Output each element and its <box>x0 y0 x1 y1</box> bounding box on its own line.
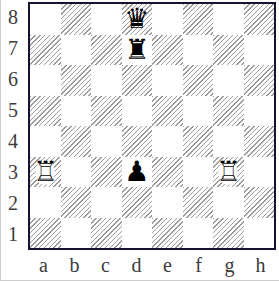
square-f4[interactable] <box>183 126 214 157</box>
square-c4[interactable] <box>91 126 122 157</box>
square-b8[interactable] <box>61 4 92 35</box>
square-h7[interactable] <box>244 35 275 66</box>
rank-label-3: 3 <box>0 157 26 188</box>
rank-label-6: 6 <box>0 64 26 95</box>
square-e2[interactable] <box>152 187 183 218</box>
square-c8[interactable] <box>91 4 122 35</box>
square-e4[interactable] <box>152 126 183 157</box>
square-a4[interactable] <box>30 126 61 157</box>
square-g2[interactable] <box>213 187 244 218</box>
square-c1[interactable] <box>91 218 122 249</box>
square-c5[interactable] <box>91 96 122 127</box>
rank-label-5: 5 <box>0 95 26 126</box>
square-c2[interactable] <box>91 187 122 218</box>
file-label-a: a <box>28 250 59 281</box>
chess-diagram: 87654321 ♛♜♖♟♖ abcdefgh <box>0 0 279 281</box>
square-d8[interactable]: ♛ <box>122 4 153 35</box>
square-a5[interactable] <box>30 96 61 127</box>
square-g1[interactable] <box>213 218 244 249</box>
square-g3[interactable]: ♖ <box>213 157 244 188</box>
square-h2[interactable] <box>244 187 275 218</box>
rank-label-8: 8 <box>0 2 26 33</box>
file-label-e: e <box>152 250 183 281</box>
square-e1[interactable] <box>152 218 183 249</box>
square-a3[interactable]: ♖ <box>30 157 61 188</box>
square-f2[interactable] <box>183 187 214 218</box>
square-h1[interactable] <box>244 218 275 249</box>
piece-black-pawn-d3: ♟ <box>124 157 149 187</box>
square-g6[interactable] <box>213 65 244 96</box>
square-h6[interactable] <box>244 65 275 96</box>
square-d5[interactable] <box>122 96 153 127</box>
file-label-c: c <box>90 250 121 281</box>
square-b7[interactable] <box>61 35 92 66</box>
square-f3[interactable] <box>183 157 214 188</box>
rank-label-4: 4 <box>0 126 26 157</box>
square-h8[interactable] <box>244 4 275 35</box>
chess-board: ♛♜♖♟♖ <box>28 2 276 250</box>
file-label-d: d <box>121 250 152 281</box>
square-g5[interactable] <box>213 96 244 127</box>
square-d3[interactable]: ♟ <box>122 157 153 188</box>
file-labels: abcdefgh <box>28 250 276 281</box>
square-f7[interactable] <box>183 35 214 66</box>
square-g7[interactable] <box>213 35 244 66</box>
square-c3[interactable] <box>91 157 122 188</box>
square-c7[interactable] <box>91 35 122 66</box>
square-d1[interactable] <box>122 218 153 249</box>
square-a2[interactable] <box>30 187 61 218</box>
piece-black-rook-d7: ♜ <box>124 35 149 65</box>
square-b3[interactable] <box>61 157 92 188</box>
square-a1[interactable] <box>30 218 61 249</box>
square-b6[interactable] <box>61 65 92 96</box>
square-c6[interactable] <box>91 65 122 96</box>
square-h4[interactable] <box>244 126 275 157</box>
square-a8[interactable] <box>30 4 61 35</box>
square-a6[interactable] <box>30 65 61 96</box>
square-e8[interactable] <box>152 4 183 35</box>
square-g4[interactable] <box>213 126 244 157</box>
square-f1[interactable] <box>183 218 214 249</box>
file-label-h: h <box>245 250 276 281</box>
square-d7[interactable]: ♜ <box>122 35 153 66</box>
square-a7[interactable] <box>30 35 61 66</box>
square-b1[interactable] <box>61 218 92 249</box>
file-label-g: g <box>214 250 245 281</box>
square-b4[interactable] <box>61 126 92 157</box>
square-b2[interactable] <box>61 187 92 218</box>
piece-white-rook-g3: ♖ <box>216 157 241 187</box>
square-h5[interactable] <box>244 96 275 127</box>
square-e6[interactable] <box>152 65 183 96</box>
file-label-f: f <box>183 250 214 281</box>
square-e3[interactable] <box>152 157 183 188</box>
square-d4[interactable] <box>122 126 153 157</box>
rank-label-1: 1 <box>0 219 26 250</box>
rank-labels: 87654321 <box>0 2 26 250</box>
file-label-b: b <box>59 250 90 281</box>
piece-black-queen-d8: ♛ <box>124 4 149 34</box>
rank-label-2: 2 <box>0 188 26 219</box>
square-b5[interactable] <box>61 96 92 127</box>
square-f6[interactable] <box>183 65 214 96</box>
square-g8[interactable] <box>213 4 244 35</box>
square-h3[interactable] <box>244 157 275 188</box>
square-f8[interactable] <box>183 4 214 35</box>
piece-white-rook-a3: ♖ <box>33 157 58 187</box>
square-d6[interactable] <box>122 65 153 96</box>
square-d2[interactable] <box>122 187 153 218</box>
square-f5[interactable] <box>183 96 214 127</box>
square-e7[interactable] <box>152 35 183 66</box>
square-e5[interactable] <box>152 96 183 127</box>
rank-label-7: 7 <box>0 33 26 64</box>
